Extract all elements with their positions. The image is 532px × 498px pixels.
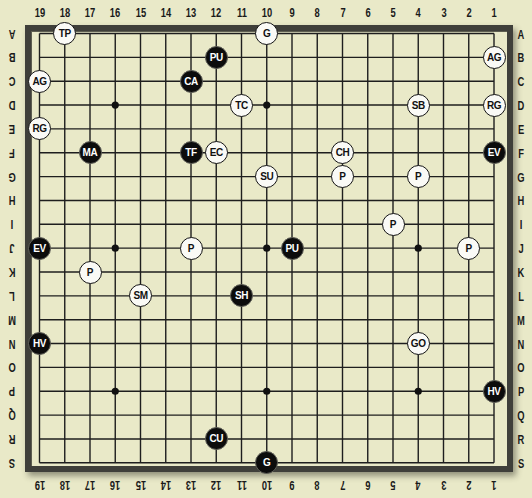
stone-white-P-2J[interactable]: P	[457, 237, 480, 260]
stone-black-PU-12B[interactable]: PU	[205, 46, 228, 69]
stone-white-SM-15L[interactable]: SM	[129, 284, 152, 307]
stone-black-MA-17F[interactable]: MA	[79, 141, 102, 164]
stone-white-AG-1B[interactable]: AG	[483, 46, 506, 69]
stone-white-P-13J[interactable]: P	[180, 237, 203, 260]
stone-black-G-10S[interactable]: G	[255, 451, 278, 474]
stone-white-P-4G[interactable]: P	[407, 165, 430, 188]
stones-layer: TPGPUAGAGCATCSBRGRGMATFECCHEVSUPPPEVPPUP…	[0, 0, 532, 498]
stone-white-TP-18A[interactable]: TP	[53, 22, 76, 45]
stone-white-P-7G[interactable]: P	[331, 165, 354, 188]
stone-black-TF-13F[interactable]: TF	[180, 141, 203, 164]
stone-black-CA-13C[interactable]: CA	[180, 70, 203, 93]
stone-white-RG-19E[interactable]: RG	[28, 117, 51, 140]
stone-black-HV-1P[interactable]: HV	[483, 380, 506, 403]
stone-white-RG-1D[interactable]: RG	[483, 94, 506, 117]
stone-black-HV-19N[interactable]: HV	[28, 332, 51, 355]
stone-white-SU-10G[interactable]: SU	[255, 165, 278, 188]
stone-white-SB-4D[interactable]: SB	[407, 94, 430, 117]
stone-black-EV-19J[interactable]: EV	[28, 237, 51, 260]
stone-black-EV-1F[interactable]: EV	[483, 141, 506, 164]
stone-white-P-17K[interactable]: P	[79, 261, 102, 284]
stone-white-G-10A[interactable]: G	[255, 22, 278, 45]
stone-white-P-5I[interactable]: P	[382, 213, 405, 236]
go-board-screen: 19181716151413121110987654321 1918171615…	[0, 0, 532, 498]
stone-white-CH-7F[interactable]: CH	[331, 141, 354, 164]
stone-black-CU-12R[interactable]: CU	[205, 427, 228, 450]
stone-white-AG-19C[interactable]: AG	[28, 70, 51, 93]
stone-white-GO-4N[interactable]: GO	[407, 332, 430, 355]
stone-white-TC-11D[interactable]: TC	[230, 94, 253, 117]
stone-white-EC-12F[interactable]: EC	[205, 141, 228, 164]
stone-black-SH-11L[interactable]: SH	[230, 284, 253, 307]
stone-black-PU-9J[interactable]: PU	[281, 237, 304, 260]
